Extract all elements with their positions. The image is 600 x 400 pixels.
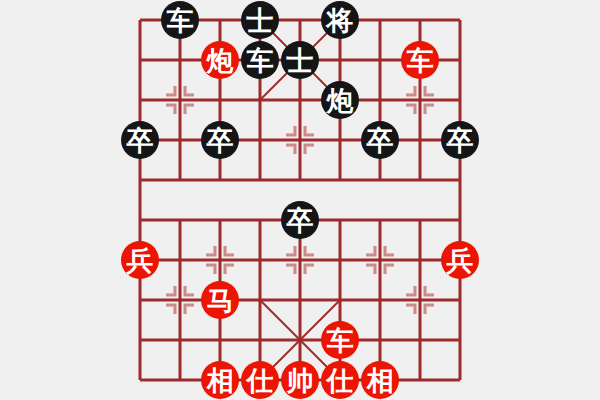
red-chariot[interactable]: 车 bbox=[401, 41, 439, 79]
black-soldier[interactable]: 卒 bbox=[121, 121, 159, 159]
red-advisor[interactable]: 仕 bbox=[321, 361, 359, 399]
red-soldier[interactable]: 兵 bbox=[441, 241, 479, 279]
pieces-layer: 车士将炮车士车炮卒卒卒卒卒兵兵马车相仕帅仕相 bbox=[0, 0, 600, 400]
red-cannon[interactable]: 炮 bbox=[201, 41, 239, 79]
black-soldier[interactable]: 卒 bbox=[281, 201, 319, 239]
black-soldier[interactable]: 卒 bbox=[361, 121, 399, 159]
red-advisor[interactable]: 仕 bbox=[241, 361, 279, 399]
red-elephant[interactable]: 相 bbox=[361, 361, 399, 399]
black-advisor[interactable]: 士 bbox=[281, 41, 319, 79]
black-general[interactable]: 将 bbox=[321, 1, 359, 39]
red-chariot[interactable]: 车 bbox=[321, 321, 359, 359]
black-advisor[interactable]: 士 bbox=[241, 1, 279, 39]
red-elephant[interactable]: 相 bbox=[201, 361, 239, 399]
black-chariot[interactable]: 车 bbox=[161, 1, 199, 39]
red-soldier[interactable]: 兵 bbox=[121, 241, 159, 279]
black-cannon[interactable]: 炮 bbox=[321, 81, 359, 119]
xiangqi-board-screenshot: 车士将炮车士车炮卒卒卒卒卒兵兵马车相仕帅仕相 bbox=[0, 0, 600, 400]
black-soldier[interactable]: 卒 bbox=[441, 121, 479, 159]
red-horse[interactable]: 马 bbox=[201, 281, 239, 319]
black-chariot[interactable]: 车 bbox=[241, 41, 279, 79]
black-soldier[interactable]: 卒 bbox=[201, 121, 239, 159]
red-general[interactable]: 帅 bbox=[281, 361, 319, 399]
